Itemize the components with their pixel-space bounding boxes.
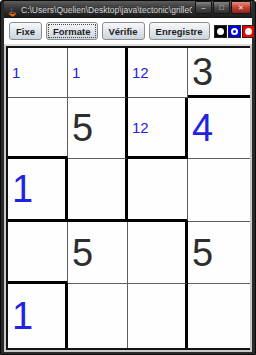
cell-r2c4[interactable]: 4 [188, 98, 250, 159]
puzzle-board: 1112351241551 [6, 46, 250, 350]
cell-r5c1[interactable]: 1 [8, 284, 68, 348]
cell-r5c2[interactable] [68, 284, 128, 348]
window-controls: – □ ✕ [195, 1, 251, 14]
cell-r3c3[interactable] [128, 159, 188, 222]
solid-marker-icon [245, 28, 252, 35]
cell-r1c2[interactable]: 1 [68, 48, 128, 98]
cell-r1c3[interactable]: 12 [128, 48, 188, 98]
entered-digit: 4 [192, 109, 212, 147]
window-content: Fixe Formate Vérifie Enregistre Ok 11123… [4, 18, 252, 352]
cell-r3c1[interactable]: 1 [8, 159, 68, 222]
black-pen-button[interactable] [214, 25, 227, 38]
given-digit: 5 [72, 234, 92, 272]
blue-pen-button[interactable] [228, 25, 241, 38]
board-panel: 1112351241551 [4, 44, 252, 352]
cell-r4c2[interactable]: 5 [68, 222, 128, 284]
enregistre-button[interactable]: Enregistre [149, 22, 210, 40]
solid-marker-icon [217, 28, 224, 35]
cell-r3c2[interactable] [68, 159, 128, 222]
cell-r1c4[interactable]: 3 [188, 48, 250, 98]
minimize-button[interactable]: – [195, 1, 212, 14]
formate-button[interactable]: Formate [46, 22, 97, 40]
pencil-marks: 12 [132, 120, 149, 135]
window-title: C:\Users\Quelien\Desktop\java\tectonic\g… [21, 5, 192, 15]
cell-r4c1[interactable] [8, 222, 68, 284]
pencil-marks: 12 [132, 65, 149, 80]
cell-r4c4[interactable]: 5 [188, 222, 250, 284]
toolbar: Fixe Formate Vérifie Enregistre Ok [4, 18, 252, 44]
pen-color-buttons [214, 25, 256, 38]
ring-marker-icon [231, 28, 238, 35]
cell-r2c1[interactable] [8, 98, 68, 159]
given-digit: 5 [192, 234, 212, 272]
red-pen-button[interactable] [242, 25, 255, 38]
entered-digit: 1 [12, 170, 32, 208]
java-app-icon [7, 4, 18, 15]
entered-digit: 1 [12, 297, 32, 335]
cell-r5c4[interactable] [188, 284, 250, 348]
title-bar: C:\Users\Quelien\Desktop\java\tectonic\g… [4, 1, 252, 18]
cell-r1c1[interactable]: 1 [8, 48, 68, 98]
cell-r2c2[interactable]: 5 [68, 98, 128, 159]
maximize-button[interactable]: □ [213, 1, 230, 14]
pencil-marks: 1 [12, 65, 20, 80]
close-button[interactable]: ✕ [231, 1, 251, 14]
cell-r2c3[interactable]: 12 [128, 98, 188, 159]
app-window: C:\Users\Quelien\Desktop\java\tectonic\g… [0, 0, 256, 355]
verifie-button[interactable]: Vérifie [102, 22, 145, 40]
pencil-marks: 1 [72, 65, 80, 80]
cell-r5c3[interactable] [128, 284, 188, 348]
cell-r4c3[interactable] [128, 222, 188, 284]
fixe-button[interactable]: Fixe [9, 22, 42, 40]
given-digit: 5 [72, 109, 92, 147]
cell-r3c4[interactable] [188, 159, 250, 222]
given-digit: 3 [192, 53, 212, 91]
